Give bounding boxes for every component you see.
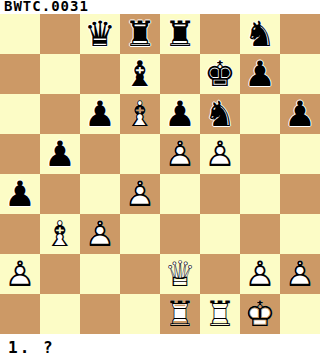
square-g1[interactable]: ♚♔: [240, 294, 280, 334]
square-b4[interactable]: [40, 174, 80, 214]
piece-fill-layer: ♟: [0, 174, 40, 214]
square-h6[interactable]: ♟: [280, 94, 320, 134]
piece-fill-layer: ♟: [160, 94, 200, 134]
piece-outline-layer: ♙: [240, 254, 280, 294]
square-a5[interactable]: [0, 134, 40, 174]
title-bar: BWTC.0031: [0, 0, 320, 14]
square-f6[interactable]: ♞: [200, 94, 240, 134]
piece-black-rook: ♜: [160, 14, 200, 54]
piece-outline-layer: ♙: [80, 214, 120, 254]
square-f1[interactable]: ♜♖: [200, 294, 240, 334]
piece-black-pawn: ♟: [40, 134, 80, 174]
square-d7[interactable]: ♝: [120, 54, 160, 94]
piece-outline-layer: ♙: [200, 134, 240, 174]
square-g7[interactable]: ♟: [240, 54, 280, 94]
piece-outline-layer: ♙: [280, 254, 320, 294]
square-g5[interactable]: [240, 134, 280, 174]
piece-outline-layer: ♗: [120, 94, 160, 134]
piece-white-pawn: ♟♙: [240, 254, 280, 294]
piece-outline-layer: ♙: [160, 134, 200, 174]
piece-outline-layer: ♙: [0, 254, 40, 294]
piece-fill-layer: ♟: [80, 94, 120, 134]
square-h8[interactable]: [280, 14, 320, 54]
piece-fill-layer: ♞: [240, 14, 280, 54]
square-a8[interactable]: [0, 14, 40, 54]
piece-white-pawn: ♟♙: [80, 214, 120, 254]
piece-fill-layer: ♟: [40, 134, 80, 174]
square-e5[interactable]: ♟♙: [160, 134, 200, 174]
square-f7[interactable]: ♚: [200, 54, 240, 94]
piece-black-king: ♚: [200, 54, 240, 94]
piece-black-pawn: ♟: [280, 94, 320, 134]
square-h5[interactable]: [280, 134, 320, 174]
square-b8[interactable]: [40, 14, 80, 54]
square-h1[interactable]: [280, 294, 320, 334]
piece-fill-layer: ♞: [200, 94, 240, 134]
square-b3[interactable]: ♝♗: [40, 214, 80, 254]
square-g8[interactable]: ♞: [240, 14, 280, 54]
piece-fill-layer: ♝: [120, 54, 160, 94]
piece-outline-layer: ♙: [120, 174, 160, 214]
piece-black-pawn: ♟: [80, 94, 120, 134]
piece-white-pawn: ♟♙: [120, 174, 160, 214]
piece-black-pawn: ♟: [160, 94, 200, 134]
piece-white-rook: ♜♖: [160, 294, 200, 334]
piece-fill-layer: ♜: [120, 14, 160, 54]
move-prompt: 1. ?: [8, 338, 55, 357]
square-e3[interactable]: [160, 214, 200, 254]
piece-white-pawn: ♟♙: [200, 134, 240, 174]
square-b7[interactable]: [40, 54, 80, 94]
square-e6[interactable]: ♟: [160, 94, 200, 134]
piece-outline-layer: ♖: [160, 294, 200, 334]
chess-board: ♛♜♜♞♝♚♟♟♝♗♟♞♟♟♟♙♟♙♟♟♙♝♗♟♙♟♙♛♕♟♙♟♙♜♖♜♖♚♔: [0, 14, 320, 334]
piece-white-pawn: ♟♙: [0, 254, 40, 294]
piece-outline-layer: ♕: [160, 254, 200, 294]
square-f3[interactable]: [200, 214, 240, 254]
square-f8[interactable]: [200, 14, 240, 54]
square-h7[interactable]: [280, 54, 320, 94]
square-f2[interactable]: [200, 254, 240, 294]
piece-fill-layer: ♟: [240, 54, 280, 94]
square-c2[interactable]: [80, 254, 120, 294]
piece-fill-layer: ♟: [280, 94, 320, 134]
piece-white-rook: ♜♖: [200, 294, 240, 334]
puzzle-id: BWTC.0031: [4, 0, 89, 14]
square-a7[interactable]: [0, 54, 40, 94]
square-e7[interactable]: [160, 54, 200, 94]
square-h4[interactable]: [280, 174, 320, 214]
square-b1[interactable]: [40, 294, 80, 334]
square-c1[interactable]: [80, 294, 120, 334]
square-d2[interactable]: [120, 254, 160, 294]
chess-puzzle-window: BWTC.0031 ♛♜♜♞♝♚♟♟♝♗♟♞♟♟♟♙♟♙♟♟♙♝♗♟♙♟♙♛♕♟…: [0, 0, 320, 360]
piece-white-queen: ♛♕: [160, 254, 200, 294]
square-b2[interactable]: [40, 254, 80, 294]
square-g3[interactable]: [240, 214, 280, 254]
piece-white-king: ♚♔: [240, 294, 280, 334]
square-g2[interactable]: ♟♙: [240, 254, 280, 294]
piece-black-pawn: ♟: [0, 174, 40, 214]
piece-black-pawn: ♟: [240, 54, 280, 94]
square-d1[interactable]: [120, 294, 160, 334]
square-e1[interactable]: ♜♖: [160, 294, 200, 334]
piece-black-bishop: ♝: [120, 54, 160, 94]
piece-fill-layer: ♚: [200, 54, 240, 94]
square-c8[interactable]: ♛: [80, 14, 120, 54]
piece-black-rook: ♜: [120, 14, 160, 54]
square-h3[interactable]: [280, 214, 320, 254]
square-a2[interactable]: ♟♙: [0, 254, 40, 294]
piece-fill-layer: ♛: [80, 14, 120, 54]
square-a6[interactable]: [0, 94, 40, 134]
square-f5[interactable]: ♟♙: [200, 134, 240, 174]
square-a1[interactable]: [0, 294, 40, 334]
square-e4[interactable]: [160, 174, 200, 214]
square-b5[interactable]: ♟: [40, 134, 80, 174]
square-d4[interactable]: ♟♙: [120, 174, 160, 214]
square-c6[interactable]: ♟: [80, 94, 120, 134]
piece-white-bishop: ♝♗: [120, 94, 160, 134]
square-d3[interactable]: [120, 214, 160, 254]
piece-outline-layer: ♔: [240, 294, 280, 334]
square-g4[interactable]: [240, 174, 280, 214]
square-d8[interactable]: ♜: [120, 14, 160, 54]
square-g6[interactable]: [240, 94, 280, 134]
piece-black-knight: ♞: [240, 14, 280, 54]
piece-black-knight: ♞: [200, 94, 240, 134]
square-f4[interactable]: [200, 174, 240, 214]
move-prompt-bar: 1. ?: [0, 334, 320, 360]
square-e8[interactable]: ♜: [160, 14, 200, 54]
square-b6[interactable]: [40, 94, 80, 134]
square-c7[interactable]: [80, 54, 120, 94]
piece-outline-layer: ♖: [200, 294, 240, 334]
square-c4[interactable]: [80, 174, 120, 214]
square-d6[interactable]: ♝♗: [120, 94, 160, 134]
piece-fill-layer: ♜: [160, 14, 200, 54]
square-e2[interactable]: ♛♕: [160, 254, 200, 294]
piece-white-pawn: ♟♙: [160, 134, 200, 174]
square-h2[interactable]: ♟♙: [280, 254, 320, 294]
piece-outline-layer: ♗: [40, 214, 80, 254]
piece-white-pawn: ♟♙: [280, 254, 320, 294]
square-a3[interactable]: [0, 214, 40, 254]
square-c5[interactable]: [80, 134, 120, 174]
square-d5[interactable]: [120, 134, 160, 174]
square-c3[interactable]: ♟♙: [80, 214, 120, 254]
piece-black-queen: ♛: [80, 14, 120, 54]
square-a4[interactable]: ♟: [0, 174, 40, 214]
piece-white-bishop: ♝♗: [40, 214, 80, 254]
